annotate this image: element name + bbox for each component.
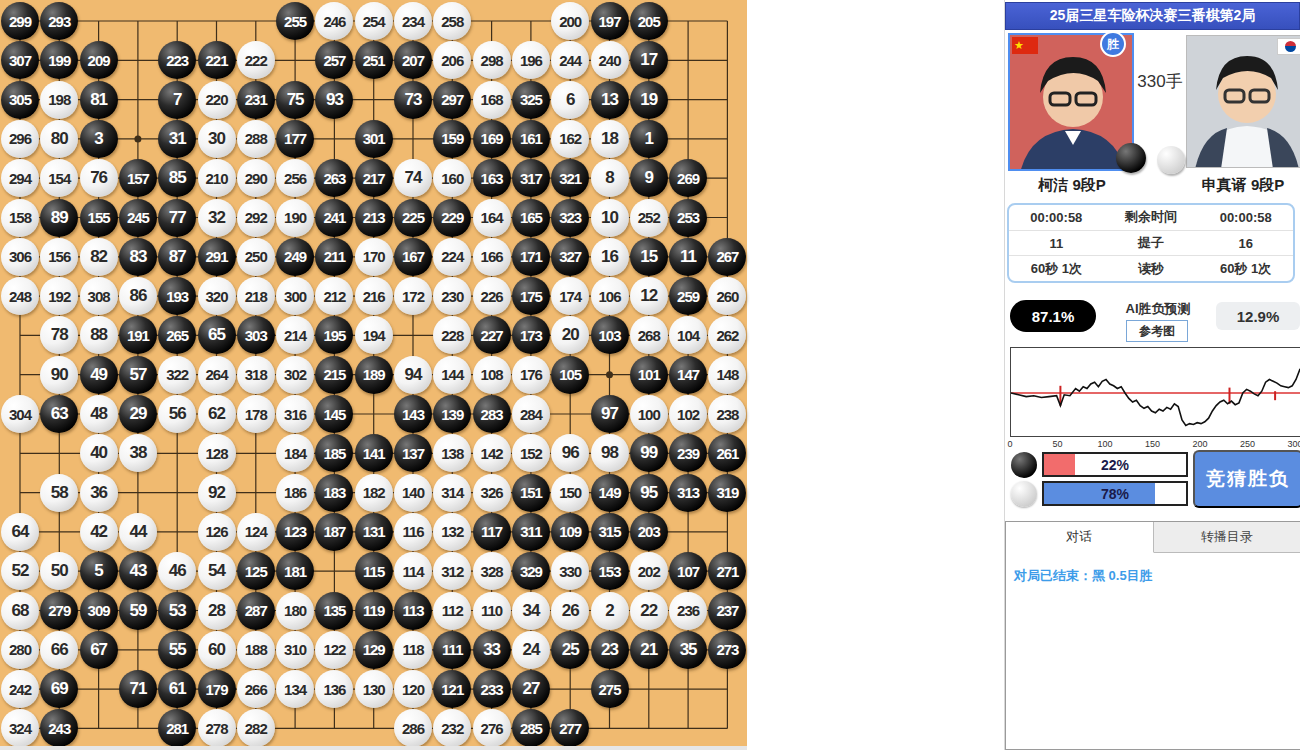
go-stone-black-53: 53 [158,592,196,630]
go-stone-black-93: 93 [315,81,353,119]
player-left-name: 柯洁 9段P [1008,176,1136,195]
bet-bar-black: 22% [1042,452,1188,477]
go-stone-white-278: 278 [198,709,236,747]
go-stone-white-292: 292 [237,199,275,237]
go-stone-white-6: 6 [551,81,589,119]
go-stone-black-143: 143 [394,395,432,433]
captures-label: 提子 [1104,234,1199,252]
go-stone-black-245: 245 [119,199,157,237]
go-stone-black-167: 167 [394,238,432,276]
go-stone-white-68: 68 [1,592,39,630]
bet-white-pct: 78% [1044,486,1186,502]
go-stone-black-213: 213 [355,199,393,237]
go-stone-black-329: 329 [512,552,550,590]
go-stone-white-322: 322 [158,356,196,394]
go-stone-black-75: 75 [276,81,314,119]
go-stone-white-92: 92 [198,474,236,512]
ai-prediction-label: AI胜负预测 [1108,300,1208,318]
go-stone-black-237: 237 [708,592,746,630]
go-stone-white-28: 28 [198,592,236,630]
go-stone-white-288: 288 [237,120,275,158]
go-stone-black-227: 227 [473,316,511,354]
left-time: 00:00:58 [1009,210,1104,225]
go-stone-white-94: 94 [394,356,432,394]
korea-flag-icon [1277,38,1300,55]
go-stone-white-190: 190 [276,199,314,237]
go-stone-black-115: 115 [355,552,393,590]
go-stone-white-144: 144 [433,356,471,394]
go-stone-white-196: 196 [512,41,550,79]
player-right-photo [1186,35,1300,168]
go-stone-white-216: 216 [355,277,393,315]
go-stone-white-52: 52 [1,552,39,590]
left-captures: 11 [1009,236,1104,251]
bet-black-pct: 22% [1044,457,1186,473]
left-byoyomi: 60秒 1次 [1009,260,1104,278]
go-stone-black-255: 255 [276,2,314,40]
go-stone-white-112: 112 [433,592,471,630]
go-stone-black-5: 5 [80,552,118,590]
go-stone-black-249: 249 [276,238,314,276]
go-stone-white-8: 8 [591,159,629,197]
go-stone-white-16: 16 [591,238,629,276]
go-stone-white-62: 62 [198,395,236,433]
go-stone-black-135: 135 [315,592,353,630]
go-stone-black-163: 163 [473,159,511,197]
go-stone-white-224: 224 [433,238,471,276]
go-stone-white-44: 44 [119,513,157,551]
go-stone-black-267: 267 [708,238,746,276]
go-stone-white-10: 10 [591,199,629,237]
clock-row-byoyomi: 60秒 1次 读秒 60秒 1次 [1009,255,1293,281]
go-stone-black-141: 141 [355,434,393,472]
go-stone-black-131: 131 [355,513,393,551]
go-stone-black-165: 165 [512,199,550,237]
go-stone-black-179: 179 [198,670,236,708]
go-stone-white-134: 134 [276,670,314,708]
go-stone-white-88: 88 [80,316,118,354]
go-stone-black-17: 17 [630,41,668,79]
go-stone-black-291: 291 [198,238,236,276]
go-stone-white-176: 176 [512,356,550,394]
go-stone-white-282: 282 [237,709,275,747]
go-stone-black-305: 305 [1,81,39,119]
go-stone-black-319: 319 [708,474,746,512]
x-tick-150: 150 [1145,439,1160,449]
go-stone-black-67: 67 [80,631,118,669]
go-stone-white-162: 162 [551,120,589,158]
go-stone-white-34: 34 [512,592,550,630]
go-stone-white-26: 26 [551,592,589,630]
go-stone-white-100: 100 [630,395,668,433]
go-stone-black-217: 217 [355,159,393,197]
go-stone-black-159: 159 [433,120,471,158]
go-stone-black-111: 111 [433,631,471,669]
go-stone-black-169: 169 [473,120,511,158]
go-stone-white-210: 210 [198,159,236,197]
go-stone-white-86: 86 [119,277,157,315]
right-time: 00:00:58 [1198,210,1293,225]
go-board[interactable]: 2992932552462542342582001972053071992092… [0,0,747,746]
go-stone-black-161: 161 [512,120,550,158]
go-stone-black-25: 25 [551,631,589,669]
go-stone-white-290: 290 [237,159,275,197]
go-stone-white-60: 60 [198,631,236,669]
go-stone-white-320: 320 [198,277,236,315]
go-stone-white-186: 186 [276,474,314,512]
go-stone-white-48: 48 [80,395,118,433]
go-stone-black-209: 209 [80,41,118,79]
go-stone-black-125: 125 [237,552,275,590]
go-stone-white-250: 250 [237,238,275,276]
go-stone-black-183: 183 [315,474,353,512]
go-stone-white-198: 198 [40,81,78,119]
go-stone-black-151: 151 [512,474,550,512]
go-stone-white-188: 188 [237,631,275,669]
go-stone-black-87: 87 [158,238,196,276]
x-tick-250: 250 [1240,439,1255,449]
go-stone-white-302: 302 [276,356,314,394]
go-stone-white-296: 296 [1,120,39,158]
go-stone-white-156: 156 [40,238,78,276]
go-stone-white-148: 148 [708,356,746,394]
go-stone-black-287: 287 [237,592,275,630]
go-stone-white-90: 90 [40,356,78,394]
go-stone-white-242: 242 [1,670,39,708]
tab-broadcast-log[interactable]: 转播目录 [1154,522,1300,552]
right-captures: 16 [1198,236,1293,251]
ai-black-winrate: 87.1% [1010,300,1096,332]
go-stone-black-211: 211 [315,238,353,276]
go-stone-black-73: 73 [394,81,432,119]
go-stone-black-189: 189 [355,356,393,394]
go-stone-white-150: 150 [551,474,589,512]
go-stone-white-122: 122 [315,631,353,669]
go-stone-white-116: 116 [394,513,432,551]
move-count: 330手 [1134,70,1186,93]
go-stone-black-101: 101 [630,356,668,394]
go-stone-white-140: 140 [394,474,432,512]
go-stone-white-22: 22 [630,592,668,630]
go-stone-black-105: 105 [551,356,589,394]
go-stone-black-283: 283 [473,395,511,433]
go-stone-white-202: 202 [630,552,668,590]
go-stone-black-241: 241 [315,199,353,237]
go-stone-black-89: 89 [40,199,78,237]
go-stone-white-64: 64 [1,513,39,551]
go-stone-white-200: 200 [551,2,589,40]
go-stone-white-226: 226 [473,277,511,315]
go-stone-black-323: 323 [551,199,589,237]
bet-black-stone-icon [1011,452,1037,478]
go-stone-white-128: 128 [198,434,236,472]
go-stone-black-3: 3 [80,120,118,158]
go-stone-white-268: 268 [630,316,668,354]
go-stone-white-142: 142 [473,434,511,472]
go-stone-black-251: 251 [355,41,393,79]
go-stone-white-298: 298 [473,41,511,79]
go-stone-white-240: 240 [591,41,629,79]
x-tick-300: 300 [1287,439,1300,449]
go-stone-white-306: 306 [1,238,39,276]
ai-white-winrate: 12.9% [1216,302,1300,330]
go-stone-black-225: 225 [394,199,432,237]
bet-bar-white: 78% [1042,481,1188,506]
go-stone-white-108: 108 [473,356,511,394]
go-stone-white-294: 294 [1,159,39,197]
go-stone-white-182: 182 [355,474,393,512]
x-tick-200: 200 [1192,439,1207,449]
go-stone-black-57: 57 [119,356,157,394]
go-stone-white-42: 42 [80,513,118,551]
reference-diagram-button[interactable]: 参考图 [1126,320,1188,342]
go-stone-black-311: 311 [512,513,550,551]
go-stone-white-164: 164 [473,199,511,237]
game-result-message: 对局已结束：黑 0.5目胜 [1014,567,1292,585]
player-right-name: 申真谞 9段P [1186,176,1300,195]
go-stone-white-180: 180 [276,592,314,630]
event-title: 25届三星车险杯决赛三番棋第2局 [1005,2,1300,30]
go-stone-white-234: 234 [394,2,432,40]
go-stone-black-233: 233 [473,670,511,708]
go-stone-white-66: 66 [40,631,78,669]
guess-winner-button[interactable]: 竞猜胜负 [1193,450,1300,508]
go-stone-black-205: 205 [630,2,668,40]
go-stone-white-280: 280 [1,631,39,669]
x-tick-50: 50 [1052,439,1062,449]
go-stone-black-149: 149 [591,474,629,512]
bet-white-stone-icon [1011,481,1037,507]
winrate-chart [1010,347,1300,437]
go-stone-white-36: 36 [80,474,118,512]
go-stone-black-97: 97 [591,395,629,433]
go-stone-black-171: 171 [512,238,550,276]
go-stone-white-32: 32 [198,199,236,237]
go-stone-black-315: 315 [591,513,629,551]
time-label: 剩余时间 [1104,208,1199,226]
go-stone-white-124: 124 [237,513,275,551]
go-stone-black-325: 325 [512,81,550,119]
go-stone-white-158: 158 [1,199,39,237]
go-stone-black-153: 153 [591,552,629,590]
go-stone-white-24: 24 [512,631,550,669]
go-stone-black-259: 259 [669,277,707,315]
go-stone-white-120: 120 [394,670,432,708]
go-stone-white-106: 106 [591,277,629,315]
go-stone-white-318: 318 [237,356,275,394]
go-stone-white-178: 178 [237,395,275,433]
go-stone-black-177: 177 [276,120,314,158]
go-stone-white-284: 284 [512,395,550,433]
go-stone-black-11: 11 [669,238,707,276]
go-stone-white-310: 310 [276,631,314,669]
go-stone-black-157: 157 [119,159,157,197]
go-stone-black-35: 35 [669,631,707,669]
go-stone-black-59: 59 [119,592,157,630]
white-stone-icon [1157,146,1185,174]
go-stone-white-328: 328 [473,552,511,590]
go-stone-white-316: 316 [276,395,314,433]
go-stone-white-220: 220 [198,81,236,119]
go-stone-white-126: 126 [198,513,236,551]
go-stone-white-132: 132 [433,513,471,551]
go-stone-white-152: 152 [512,434,550,472]
right-byoyomi: 60秒 1次 [1198,260,1293,278]
go-stone-black-83: 83 [119,238,157,276]
go-stone-white-118: 118 [394,631,432,669]
go-stone-white-236: 236 [669,592,707,630]
clock-panel: 00:00:58 剩余时间 00:00:58 11 提子 16 60秒 1次 读… [1007,203,1295,283]
x-tick-100: 100 [1097,439,1112,449]
go-stone-white-58: 58 [40,474,78,512]
go-stone-white-40: 40 [80,434,118,472]
go-stone-white-18: 18 [591,120,629,158]
go-stone-black-103: 103 [591,316,629,354]
app-window: 2992932552462542342582001972053071992092… [0,0,1300,750]
go-stone-black-71: 71 [119,670,157,708]
go-stone-white-218: 218 [237,277,275,315]
go-stone-white-38: 38 [119,434,157,472]
go-stone-white-326: 326 [473,474,511,512]
clock-row-captures: 11 提子 16 [1009,230,1293,256]
go-stone-black-317: 317 [512,159,550,197]
go-stone-black-31: 31 [158,120,196,158]
go-stone-black-221: 221 [198,41,236,79]
go-stone-white-248: 248 [1,277,39,315]
go-stone-black-155: 155 [80,199,118,237]
go-stone-black-327: 327 [551,238,589,276]
go-stone-black-13: 13 [591,81,629,119]
go-stone-black-29: 29 [119,395,157,433]
go-stone-black-297: 297 [433,81,471,119]
go-stone-white-82: 82 [80,238,118,276]
go-stone-black-99: 99 [630,434,668,472]
go-stone-black-43: 43 [119,552,157,590]
go-stone-white-110: 110 [473,592,511,630]
go-stone-black-299: 299 [1,2,39,40]
go-stone-black-301: 301 [355,120,393,158]
go-stone-black-7: 7 [158,81,196,119]
go-stone-black-231: 231 [237,81,275,119]
go-stone-white-172: 172 [394,277,432,315]
go-stone-black-21: 21 [630,631,668,669]
go-stone-black-33: 33 [473,631,511,669]
go-stone-white-168: 168 [473,81,511,119]
go-stone-black-129: 129 [355,631,393,669]
go-stone-white-166: 166 [473,238,511,276]
board-bottom-strip [0,746,747,750]
go-stone-black-215: 215 [315,356,353,394]
go-stone-white-102: 102 [669,395,707,433]
go-stone-white-130: 130 [355,670,393,708]
black-stone-icon [1116,143,1146,173]
go-stone-black-19: 19 [630,81,668,119]
go-stone-black-27: 27 [512,670,550,708]
go-stone-black-313: 313 [669,474,707,512]
go-stone-white-80: 80 [40,120,78,158]
go-stone-black-113: 113 [394,592,432,630]
go-stone-black-147: 147 [669,356,707,394]
go-stone-black-197: 197 [591,2,629,40]
go-stone-white-170: 170 [355,238,393,276]
go-stone-black-119: 119 [355,592,393,630]
go-stone-white-74: 74 [394,159,432,197]
go-stone-white-264: 264 [198,356,236,394]
go-stone-black-175: 175 [512,277,550,315]
go-stone-white-12: 12 [630,277,668,315]
winner-badge-icon: 胜 [1100,31,1126,57]
go-stone-white-56: 56 [158,395,196,433]
go-stone-black-95: 95 [630,474,668,512]
go-stone-white-308: 308 [80,277,118,315]
go-stone-black-117: 117 [473,513,511,551]
go-stone-black-23: 23 [591,631,629,669]
go-stone-black-15: 15 [630,238,668,276]
go-stone-black-49: 49 [80,356,118,394]
chat-panel: 对话 转播目录 对局已结束：黑 0.5目胜 [1005,521,1300,750]
go-stone-white-254: 254 [355,2,393,40]
go-stone-white-30: 30 [198,120,236,158]
go-stone-black-65: 65 [198,316,236,354]
go-stone-black-273: 273 [708,631,746,669]
china-flag-icon: ★ [1012,37,1038,54]
go-stone-black-77: 77 [158,199,196,237]
go-stone-black-275: 275 [591,670,629,708]
go-stone-black-279: 279 [40,592,78,630]
x-tick-0: 0 [1007,439,1012,449]
go-stone-black-303: 303 [237,316,275,354]
go-stone-white-98: 98 [591,434,629,472]
go-stone-white-266: 266 [237,670,275,708]
go-stone-black-203: 203 [630,513,668,551]
go-stone-white-314: 314 [433,474,471,512]
go-stone-black-123: 123 [276,513,314,551]
go-stone-white-114: 114 [394,552,432,590]
go-stone-black-109: 109 [551,513,589,551]
go-stone-white-76: 76 [80,159,118,197]
go-stone-white-304: 304 [1,395,39,433]
go-stone-white-276: 276 [473,709,511,747]
go-stone-white-54: 54 [198,552,236,590]
chat-tabs: 对话 转播目录 [1006,522,1300,553]
go-stone-white-300: 300 [276,277,314,315]
go-stone-black-309: 309 [80,592,118,630]
go-stone-black-229: 229 [433,199,471,237]
go-stone-white-252: 252 [630,199,668,237]
go-stone-white-2: 2 [591,592,629,630]
go-stone-black-55: 55 [158,631,196,669]
go-stone-white-194: 194 [355,316,393,354]
go-stone-white-222: 222 [237,41,275,79]
byoyomi-label: 读秒 [1104,260,1199,278]
go-stone-black-1: 1 [630,120,668,158]
clock-row-time: 00:00:58 剩余时间 00:00:58 [1009,205,1293,230]
go-stone-black-81: 81 [80,81,118,119]
tab-dialog[interactable]: 对话 [1006,522,1154,553]
go-stone-black-9: 9 [630,159,668,197]
go-stone-black-253: 253 [669,199,707,237]
